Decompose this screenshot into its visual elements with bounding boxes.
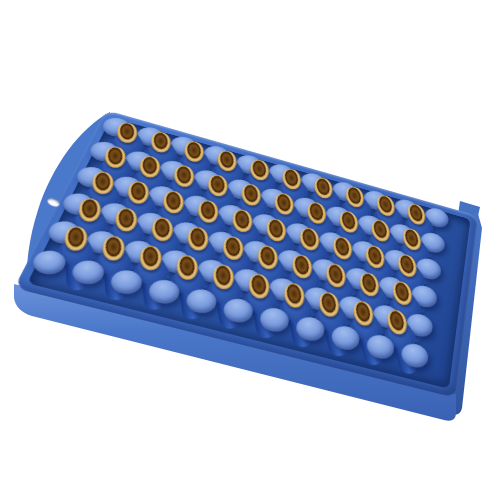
product-photo-scene: Blue plastic 50-round universal reloadin… xyxy=(0,0,500,500)
